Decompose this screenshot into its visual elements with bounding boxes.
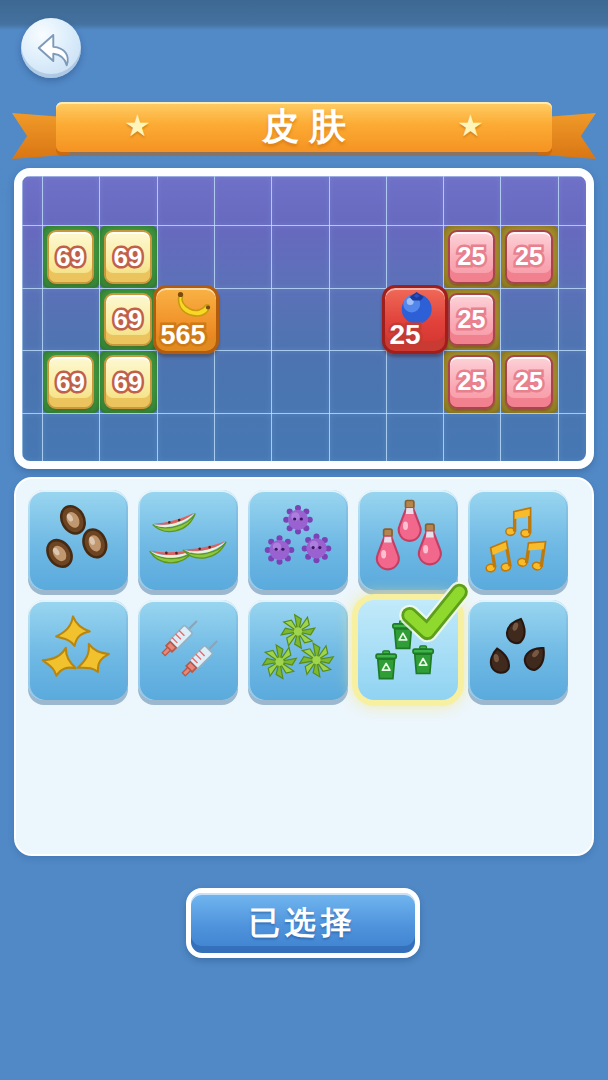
board-cell xyxy=(214,225,272,289)
tile-69-yellow: 69 xyxy=(104,230,152,284)
board-cell xyxy=(22,225,43,289)
skin-syringes[interactable] xyxy=(138,600,238,700)
skins-panel xyxy=(14,477,594,856)
banana-peels-icon xyxy=(36,608,120,692)
board-cell xyxy=(271,225,330,289)
board-cell xyxy=(271,350,330,414)
skin-dark-seeds[interactable] xyxy=(468,600,568,700)
tile-number: 25 xyxy=(515,244,543,269)
board-cell xyxy=(558,350,586,414)
board-cell xyxy=(214,413,272,461)
tile-25-pink: 25 xyxy=(448,230,495,284)
pink-potions-icon xyxy=(366,498,450,582)
tile-69-yellow: 69 xyxy=(104,293,152,346)
tile-number: 69 xyxy=(56,369,85,395)
board-cell xyxy=(329,225,387,289)
board-cell xyxy=(329,176,387,226)
selected-button[interactable]: 已选择 xyxy=(186,888,420,958)
tile-25-pink: 25 xyxy=(505,355,553,409)
skin-green-plants[interactable] xyxy=(248,600,348,700)
board-cell xyxy=(22,176,43,226)
tile-25-pink: 25 xyxy=(448,355,495,409)
tile-number: 69 xyxy=(114,369,143,395)
dark-seeds-icon xyxy=(476,608,560,692)
board-cell xyxy=(386,350,444,414)
board-cell xyxy=(386,176,444,226)
board-cell xyxy=(500,176,559,226)
banana-icon xyxy=(170,290,214,324)
tile-number: 25 xyxy=(458,307,486,332)
purple-viruses-icon xyxy=(256,498,340,582)
board-cell xyxy=(42,413,100,461)
tile-number: 69 xyxy=(114,306,143,332)
syringes-icon xyxy=(146,608,230,692)
board-cell xyxy=(271,413,330,461)
board-cell xyxy=(22,350,43,414)
skin-banana-peels[interactable] xyxy=(28,600,128,700)
board-cell xyxy=(386,413,444,461)
game-board: 6969696969565252525252525 xyxy=(14,168,594,469)
tile-number: 25 xyxy=(515,369,543,394)
melon-seeds-icon xyxy=(36,498,120,582)
tile-69-yellow: 69 xyxy=(47,230,94,284)
green-plants-icon xyxy=(256,608,340,692)
board-cell xyxy=(558,413,586,461)
tile-69-yellow: 69 xyxy=(47,355,94,409)
tile-number: 69 xyxy=(114,244,143,270)
tile-number: 69 xyxy=(56,244,85,270)
board-cell xyxy=(157,225,215,289)
board-cell xyxy=(271,176,330,226)
board-cell xyxy=(157,413,215,461)
back-arrow-icon xyxy=(28,25,74,71)
skin-pink-potions[interactable] xyxy=(358,490,458,590)
board-cell xyxy=(443,176,501,226)
board-cell xyxy=(22,288,43,351)
selected-check-icon xyxy=(398,582,470,644)
board-cell xyxy=(386,225,444,289)
board-cell xyxy=(157,350,215,414)
skin-melon-seeds[interactable] xyxy=(28,490,128,590)
board-cell xyxy=(500,413,559,461)
watermelon-rinds-icon xyxy=(146,498,230,582)
board-cell xyxy=(214,176,272,226)
tile-25-pink: 25 xyxy=(505,230,553,284)
page-title: 皮肤 xyxy=(252,102,356,152)
music-notes-icon xyxy=(476,498,560,582)
tile-69-yellow: 69 xyxy=(104,355,152,409)
back-button[interactable] xyxy=(21,18,81,78)
board-cell xyxy=(214,288,272,351)
board-cell xyxy=(42,176,100,226)
tile-number: 25 xyxy=(458,369,486,394)
board-cell xyxy=(271,288,330,351)
star-icon: ★ xyxy=(457,108,484,143)
skin-purple-viruses[interactable] xyxy=(248,490,348,590)
board-cell xyxy=(558,176,586,226)
board-grid: 6969696969565252525252525 xyxy=(22,176,586,461)
tile-number: 25 xyxy=(390,321,421,349)
tile-25-pink: 25 xyxy=(448,293,495,346)
skin-music-notes[interactable] xyxy=(468,490,568,590)
tile-25-blueberry: 25 xyxy=(382,285,448,354)
skin-selection-screen: ★ 皮肤 ★ 6969696969565252525252525 已选择 xyxy=(0,0,608,1080)
board-cell xyxy=(500,288,559,351)
title-banner: ★ 皮肤 ★ xyxy=(56,102,552,152)
board-cell xyxy=(214,350,272,414)
board-cell xyxy=(558,225,586,289)
tile-number: 25 xyxy=(458,244,486,269)
board-cell xyxy=(22,413,43,461)
board-cell xyxy=(99,413,158,461)
board-cell xyxy=(558,288,586,351)
star-icon: ★ xyxy=(124,108,151,143)
skin-watermelon-rinds[interactable] xyxy=(138,490,238,590)
board-cell xyxy=(329,413,387,461)
board-cell xyxy=(42,288,100,351)
board-cell xyxy=(443,413,501,461)
board-cell xyxy=(329,350,387,414)
tile-565-banana: 565 xyxy=(153,285,219,354)
board-cell xyxy=(99,176,158,226)
tile-number: 565 xyxy=(161,322,206,349)
skin-recycle-bins-selected[interactable] xyxy=(358,600,458,700)
board-cell xyxy=(329,288,387,351)
board-cell xyxy=(157,176,215,226)
